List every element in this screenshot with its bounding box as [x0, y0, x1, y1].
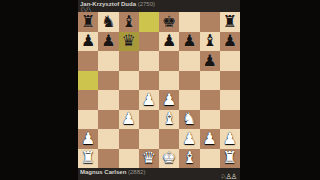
square-b3[interactable]	[98, 110, 118, 130]
piece-black-pawn: ♟	[202, 53, 216, 69]
piece-black-bishop: ♝	[202, 33, 216, 49]
piece-white-queen: ♛	[142, 150, 156, 166]
top-player-name: Jan-Krzysztof Duda (2750)	[78, 0, 240, 8]
square-d2[interactable]	[139, 129, 159, 149]
square-h4[interactable]	[220, 90, 240, 110]
piece-white-rook: ♜	[223, 150, 237, 166]
square-b1[interactable]	[98, 149, 118, 169]
piece-black-bishop: ♝	[121, 14, 135, 30]
piece-black-pawn: ♟	[182, 33, 196, 49]
square-c6[interactable]	[119, 51, 139, 71]
piece-black-pawn: ♟	[81, 33, 95, 49]
piece-black-pawn: ♟	[162, 33, 176, 49]
square-a2[interactable]: ♟	[78, 129, 98, 149]
top-captured-pieces-tray: ♞♟	[80, 6, 91, 12]
square-b5[interactable]	[98, 71, 118, 91]
bottom-player-name: Magnus Carlsen (2882)	[78, 168, 240, 176]
square-g8[interactable]	[200, 12, 220, 32]
square-h7[interactable]: ♟	[220, 32, 240, 52]
piece-black-knight: ♞	[101, 14, 115, 30]
piece-white-king: ♚	[162, 150, 176, 166]
piece-white-bishop: ♝	[162, 111, 176, 127]
square-f5[interactable]	[179, 71, 199, 91]
square-g1[interactable]	[200, 149, 220, 169]
square-h2[interactable]: ♟	[220, 129, 240, 149]
square-e8[interactable]: ♚	[159, 12, 179, 32]
square-f1[interactable]: ♝	[179, 149, 199, 169]
piece-white-pawn: ♟	[182, 131, 196, 147]
square-c5[interactable]	[119, 71, 139, 91]
square-g6[interactable]: ♟	[200, 51, 220, 71]
top-player-bar: Jan-Krzysztof Duda (2750) ♞♟	[78, 0, 240, 12]
square-g2[interactable]: ♟	[200, 129, 220, 149]
piece-black-queen: ♛	[121, 33, 135, 49]
square-f4[interactable]	[179, 90, 199, 110]
square-f2[interactable]: ♟	[179, 129, 199, 149]
piece-black-rook: ♜	[223, 14, 237, 30]
square-f8[interactable]	[179, 12, 199, 32]
square-a6[interactable]	[78, 51, 98, 71]
square-b2[interactable]	[98, 129, 118, 149]
piece-white-pawn: ♟	[121, 111, 135, 127]
left-black-bar	[0, 0, 78, 180]
square-g5[interactable]	[200, 71, 220, 91]
square-d1[interactable]: ♛	[139, 149, 159, 169]
square-a7[interactable]: ♟	[78, 32, 98, 52]
square-c3[interactable]: ♟	[119, 110, 139, 130]
bottom-player-bar: Magnus Carlsen (2882) ♘♙♙	[78, 168, 240, 180]
piece-white-rook: ♜	[81, 150, 95, 166]
square-g4[interactable]	[200, 90, 220, 110]
square-b7[interactable]: ♟	[98, 32, 118, 52]
square-d5[interactable]	[139, 71, 159, 91]
square-h1[interactable]: ♜	[220, 149, 240, 169]
square-e4[interactable]: ♟	[159, 90, 179, 110]
piece-black-king: ♚	[162, 14, 176, 30]
square-a1[interactable]: ♜	[78, 149, 98, 169]
square-c1[interactable]	[119, 149, 139, 169]
square-h3[interactable]	[220, 110, 240, 130]
square-c8[interactable]: ♝	[119, 12, 139, 32]
right-black-bar	[240, 0, 320, 180]
square-d4[interactable]: ♟	[139, 90, 159, 110]
square-b6[interactable]	[98, 51, 118, 71]
piece-white-pawn: ♟	[202, 131, 216, 147]
square-a8[interactable]: ♜	[78, 12, 98, 32]
piece-white-pawn: ♟	[223, 131, 237, 147]
chess-board[interactable]: ♜♞♝♚♜♟♟♛♟♟♝♟♟♟♟♟♝♞♟♟♟♟♜♛♚♝♜	[78, 12, 240, 168]
piece-black-rook: ♜	[81, 14, 95, 30]
square-c2[interactable]	[119, 129, 139, 149]
bottom-player-name-text: Magnus Carlsen	[80, 169, 126, 175]
square-e3[interactable]: ♝	[159, 110, 179, 130]
video-frame: Jan-Krzysztof Duda (2750) ♞♟ ♜♞♝♚♜♟♟♛♟♟♝…	[0, 0, 320, 180]
square-h5[interactable]	[220, 71, 240, 91]
bottom-player-rating: (2882)	[128, 169, 145, 175]
square-e2[interactable]	[159, 129, 179, 149]
square-d3[interactable]	[139, 110, 159, 130]
square-a4[interactable]	[78, 90, 98, 110]
square-d8[interactable]	[139, 12, 159, 32]
square-g3[interactable]	[200, 110, 220, 130]
square-e6[interactable]	[159, 51, 179, 71]
piece-white-pawn: ♟	[81, 131, 95, 147]
piece-white-bishop: ♝	[182, 150, 196, 166]
piece-white-pawn: ♟	[162, 92, 176, 108]
square-b8[interactable]: ♞	[98, 12, 118, 32]
piece-black-pawn: ♟	[223, 33, 237, 49]
bottom-captured-pieces-tray: ♘♙♙	[220, 173, 236, 180]
square-g7[interactable]: ♝	[200, 32, 220, 52]
square-d7[interactable]	[139, 32, 159, 52]
square-c7[interactable]: ♛	[119, 32, 139, 52]
square-f6[interactable]	[179, 51, 199, 71]
square-e1[interactable]: ♚	[159, 149, 179, 169]
square-f7[interactable]: ♟	[179, 32, 199, 52]
square-e7[interactable]: ♟	[159, 32, 179, 52]
piece-white-knight: ♞	[182, 111, 196, 127]
square-f3[interactable]: ♞	[179, 110, 199, 130]
piece-black-pawn: ♟	[101, 33, 115, 49]
square-h8[interactable]: ♜	[220, 12, 240, 32]
square-e5[interactable]	[159, 71, 179, 91]
piece-white-pawn: ♟	[142, 92, 156, 108]
square-c4[interactable]	[119, 90, 139, 110]
square-d6[interactable]	[139, 51, 159, 71]
square-h6[interactable]	[220, 51, 240, 71]
top-player-rating: (2750)	[138, 1, 155, 7]
square-a5[interactable]	[78, 71, 98, 91]
square-b4[interactable]	[98, 90, 118, 110]
square-a3[interactable]	[78, 110, 98, 130]
